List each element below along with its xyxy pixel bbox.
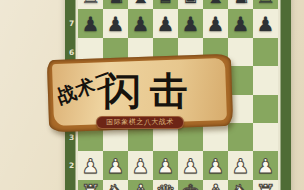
piece-black-bishop[interactable]: ♝ [205, 0, 226, 7]
square-h2[interactable]: ♟ [253, 151, 278, 179]
piece-black-king[interactable]: ♚ [180, 0, 201, 7]
piece-white-knight[interactable]: ♞ [105, 182, 126, 190]
square-h8[interactable]: ♜ [253, 0, 278, 9]
piece-white-king[interactable]: ♚ [180, 182, 201, 190]
square-g6[interactable] [228, 38, 253, 66]
square-g3[interactable] [228, 123, 253, 151]
square-e7[interactable]: ♟ [178, 9, 203, 37]
square-f7[interactable]: ♟ [203, 9, 228, 37]
square-b7[interactable]: ♟ [103, 9, 128, 37]
piece-white-pawn[interactable]: ♟ [107, 156, 125, 176]
piece-black-pawn[interactable]: ♟ [82, 14, 100, 34]
piece-white-pawn[interactable]: ♟ [232, 156, 250, 176]
piece-black-pawn[interactable]: ♟ [157, 14, 175, 34]
subtitle-ribbon-text: 国际象棋之八大战术 [106, 117, 174, 127]
video-thumbnail: 87654321 ♜♞♝♛♚♝♞♜♟♟♟♟♟♟♟♟♟♟♟♟♟♟♟♟♜♞♝♛♚♝♞… [0, 0, 304, 190]
square-d7[interactable]: ♟ [153, 9, 178, 37]
square-f2[interactable]: ♟ [203, 151, 228, 179]
square-c1[interactable]: ♝ [128, 180, 153, 190]
square-h3[interactable] [253, 123, 278, 151]
piece-black-bishop[interactable]: ♝ [130, 0, 151, 7]
piece-black-pawn[interactable]: ♟ [132, 14, 150, 34]
square-f8[interactable]: ♝ [203, 0, 228, 9]
square-g2[interactable]: ♟ [228, 151, 253, 179]
subtitle-ribbon: 国际象棋之八大战术 [96, 116, 184, 130]
piece-black-rook[interactable]: ♜ [255, 0, 276, 7]
rank-label-7: 7 [65, 9, 78, 37]
square-h5[interactable] [253, 66, 278, 94]
piece-white-pawn[interactable]: ♟ [82, 156, 100, 176]
square-h7[interactable]: ♟ [253, 9, 278, 37]
square-c2[interactable]: ♟ [128, 151, 153, 179]
square-h1[interactable]: ♜ [253, 180, 278, 190]
square-a7[interactable]: ♟ [78, 9, 103, 37]
square-h4[interactable] [253, 95, 278, 123]
piece-black-pawn[interactable]: ♟ [207, 14, 225, 34]
square-f3[interactable] [203, 123, 228, 151]
piece-white-pawn[interactable]: ♟ [207, 156, 225, 176]
square-a2[interactable]: ♟ [78, 151, 103, 179]
piece-black-pawn[interactable]: ♟ [107, 14, 125, 34]
square-d8[interactable]: ♛ [153, 0, 178, 9]
piece-white-rook[interactable]: ♜ [80, 182, 101, 190]
square-c7[interactable]: ♟ [128, 9, 153, 37]
square-f1[interactable]: ♝ [203, 180, 228, 190]
square-g8[interactable]: ♞ [228, 0, 253, 9]
piece-white-knight[interactable]: ♞ [230, 182, 251, 190]
square-b2[interactable]: ♟ [103, 151, 128, 179]
square-e8[interactable]: ♚ [178, 0, 203, 9]
square-c8[interactable]: ♝ [128, 0, 153, 9]
square-b1[interactable]: ♞ [103, 180, 128, 190]
piece-black-pawn[interactable]: ♟ [232, 14, 250, 34]
piece-black-pawn[interactable]: ♟ [182, 14, 200, 34]
square-e1[interactable]: ♚ [178, 180, 203, 190]
piece-black-knight[interactable]: ♞ [105, 0, 126, 7]
piece-black-pawn[interactable]: ♟ [257, 14, 275, 34]
square-e2[interactable]: ♟ [178, 151, 203, 179]
banner-title: 闪击 [103, 66, 197, 117]
piece-white-pawn[interactable]: ♟ [132, 156, 150, 176]
piece-black-queen[interactable]: ♛ [155, 0, 176, 7]
square-g7[interactable]: ♟ [228, 9, 253, 37]
square-a8[interactable]: ♜ [78, 0, 103, 9]
piece-white-pawn[interactable]: ♟ [257, 156, 275, 176]
rank-label-2: 2 [65, 151, 78, 179]
piece-white-rook[interactable]: ♜ [255, 182, 276, 190]
square-h6[interactable] [253, 38, 278, 66]
piece-white-pawn[interactable]: ♟ [157, 156, 175, 176]
square-a1[interactable]: ♜ [78, 180, 103, 190]
piece-black-rook[interactable]: ♜ [80, 0, 101, 7]
piece-black-knight[interactable]: ♞ [230, 0, 251, 7]
square-b8[interactable]: ♞ [103, 0, 128, 9]
piece-white-bishop[interactable]: ♝ [130, 182, 151, 190]
square-d1[interactable]: ♛ [153, 180, 178, 190]
piece-white-queen[interactable]: ♛ [155, 182, 176, 190]
piece-white-pawn[interactable]: ♟ [182, 156, 200, 176]
rank-label-1: 1 [65, 180, 78, 190]
square-d2[interactable]: ♟ [153, 151, 178, 179]
square-g1[interactable]: ♞ [228, 180, 253, 190]
piece-white-bishop[interactable]: ♝ [205, 182, 226, 190]
rank-label-8: 8 [65, 0, 78, 9]
